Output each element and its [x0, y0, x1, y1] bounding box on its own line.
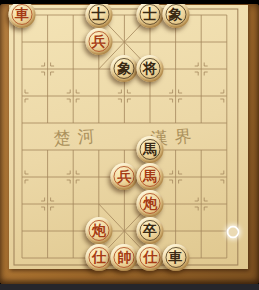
- red-piece-character: 炮: [137, 190, 164, 217]
- piece-red-cannon[interactable]: 炮: [85, 217, 112, 244]
- red-piece-character: 帥: [111, 244, 138, 271]
- piece-black-general[interactable]: 将: [137, 55, 164, 82]
- red-piece-character: 車: [9, 1, 36, 28]
- black-piece-character: 象: [111, 55, 138, 82]
- red-piece-character: 仕: [85, 244, 112, 271]
- piece-black-advisor[interactable]: 士: [85, 1, 112, 28]
- black-piece-character: 車: [162, 244, 189, 271]
- red-piece-character: 兵: [111, 163, 138, 190]
- board-surface[interactable]: [9, 5, 248, 269]
- piece-black-elephant[interactable]: 象: [111, 55, 138, 82]
- piece-black-advisor[interactable]: 士: [137, 1, 164, 28]
- black-piece-character: 将: [137, 55, 164, 82]
- piece-red-chariot[interactable]: 車: [9, 1, 36, 28]
- piece-red-advisor[interactable]: 仕: [85, 244, 112, 271]
- piece-black-chariot[interactable]: 車: [162, 244, 189, 271]
- black-piece-character: 象: [162, 1, 189, 28]
- red-piece-character: 馬: [137, 163, 164, 190]
- piece-red-general[interactable]: 帥: [111, 244, 138, 271]
- piece-red-advisor[interactable]: 仕: [137, 244, 164, 271]
- black-piece-character: 馬: [137, 136, 164, 163]
- piece-black-soldier[interactable]: 卒: [137, 217, 164, 244]
- piece-black-elephant[interactable]: 象: [162, 1, 189, 28]
- black-piece-character: 卒: [137, 217, 164, 244]
- black-piece-character: 士: [137, 1, 164, 28]
- piece-red-soldier[interactable]: 兵: [85, 28, 112, 55]
- red-piece-character: 仕: [137, 244, 164, 271]
- last-move-marker: [226, 226, 239, 239]
- piece-red-cannon[interactable]: 炮: [137, 190, 164, 217]
- red-piece-character: 兵: [85, 28, 112, 55]
- piece-red-horse[interactable]: 馬: [137, 163, 164, 190]
- xiangqi-board-screen: 楚河 漢界 車士士象兵象将馬兵馬炮炮卒仕帥仕車: [0, 0, 259, 290]
- black-piece-character: 士: [85, 1, 112, 28]
- red-piece-character: 炮: [85, 217, 112, 244]
- piece-red-soldier[interactable]: 兵: [111, 163, 138, 190]
- top-edge: [0, 0, 259, 4]
- bottom-edge: [0, 284, 259, 290]
- piece-black-horse[interactable]: 馬: [137, 136, 164, 163]
